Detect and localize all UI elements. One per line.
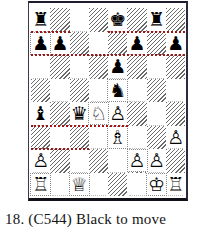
square-d7 — [89, 32, 108, 56]
black-rook-piece: ♜ — [148, 9, 165, 30]
square-f3 — [127, 126, 146, 150]
red-underline-artifact — [31, 54, 185, 56]
black-bishop-piece: ♝ — [32, 103, 49, 124]
diagram-caption: 18. (C544) Black to move — [5, 211, 166, 228]
red-underline-artifact — [31, 148, 89, 150]
square-b6 — [50, 55, 69, 79]
square-c8 — [70, 8, 89, 32]
red-underline-artifact — [31, 125, 128, 127]
square-c7 — [70, 32, 89, 56]
black-pawn-piece: ♟ — [109, 56, 126, 77]
square-f7: ♟ — [127, 32, 146, 56]
black-pawn-piece: ♟ — [129, 33, 146, 54]
black-rook-piece: ♜ — [32, 9, 49, 30]
white-pawn-piece: ♙ — [32, 150, 49, 171]
square-h2 — [166, 149, 185, 173]
square-c4: ♛ — [70, 102, 89, 126]
black-pawn-piece: ♟ — [51, 33, 68, 54]
square-f2: ♙ — [127, 149, 146, 173]
square-h5 — [166, 79, 185, 103]
square-g7 — [147, 32, 166, 56]
white-knight-piece: ♘ — [88, 102, 109, 125]
white-pawn-piece: ♙ — [109, 103, 126, 124]
square-h6 — [166, 55, 185, 79]
black-king-piece: ♚ — [109, 9, 126, 30]
square-e3: ♗ — [108, 126, 127, 150]
square-f5 — [127, 79, 146, 103]
white-king-piece: ♔ — [146, 173, 167, 196]
square-c6 — [70, 55, 89, 79]
square-b3 — [50, 126, 69, 150]
square-h8 — [166, 8, 185, 32]
square-g2: ♙ — [147, 149, 166, 173]
square-g4 — [147, 102, 166, 126]
square-f6 — [127, 55, 146, 79]
square-h7: ♟ — [166, 32, 185, 56]
square-c5 — [70, 79, 89, 103]
square-e5: ♞ — [108, 79, 127, 103]
white-pawn-piece: ♙ — [127, 149, 148, 172]
square-d5 — [89, 79, 108, 103]
square-h1: ♖ — [166, 173, 185, 197]
square-b5 — [50, 79, 69, 103]
white-bishop-piece: ♗ — [107, 126, 128, 149]
square-g6 — [147, 55, 166, 79]
square-a7: ♟ — [31, 32, 50, 56]
square-a5 — [31, 79, 50, 103]
square-f1 — [127, 173, 146, 197]
black-knight-piece: ♞ — [107, 79, 128, 102]
square-a2: ♙ — [31, 149, 50, 173]
square-h4 — [166, 102, 185, 126]
square-e1 — [108, 173, 127, 197]
square-d6 — [89, 55, 108, 79]
black-pawn-piece: ♟ — [167, 33, 184, 54]
square-d4: ♘ — [89, 102, 108, 126]
black-pawn-piece: ♟ — [30, 32, 51, 55]
square-g8: ♜ — [147, 8, 166, 32]
square-d2 — [89, 149, 108, 173]
square-e4: ♙ — [108, 102, 127, 126]
square-g5 — [147, 79, 166, 103]
square-e6: ♟ — [108, 55, 127, 79]
chess-board-grid: ♜♚♜♟♟♟♟♟♞♝♛♘♙♗♙♙♙♙♖♕♔♖ — [31, 8, 185, 196]
black-queen-piece: ♛ — [71, 103, 88, 124]
square-c2 — [70, 149, 89, 173]
square-b7: ♟ — [50, 32, 69, 56]
square-c1: ♕ — [70, 173, 89, 197]
square-g1: ♔ — [147, 173, 166, 197]
square-f4 — [127, 102, 146, 126]
white-queen-piece: ♕ — [69, 173, 90, 196]
square-e2 — [108, 149, 127, 173]
square-e7 — [108, 32, 127, 56]
square-b8 — [50, 8, 69, 32]
square-a8: ♜ — [31, 8, 50, 32]
square-b1 — [50, 173, 69, 197]
square-e8: ♚ — [108, 8, 127, 32]
white-rook-piece: ♖ — [167, 174, 184, 195]
square-a3 — [31, 126, 50, 150]
square-d3 — [89, 126, 108, 150]
white-rook-piece: ♖ — [30, 173, 51, 196]
white-pawn-piece: ♙ — [148, 150, 165, 171]
square-b2 — [50, 149, 69, 173]
square-a1: ♖ — [31, 173, 50, 197]
square-b4 — [50, 102, 69, 126]
square-a6 — [31, 55, 50, 79]
red-underline-artifact — [31, 31, 70, 33]
red-underline-artifact — [108, 31, 185, 33]
square-d8 — [89, 8, 108, 32]
square-g3 — [147, 126, 166, 150]
square-h3: ♙ — [166, 126, 185, 150]
white-pawn-piece: ♙ — [167, 127, 184, 148]
square-a4: ♝ — [31, 102, 50, 126]
square-d1 — [89, 173, 108, 197]
square-c3 — [70, 126, 89, 150]
square-f8 — [127, 8, 146, 32]
chess-board: ♜♚♜♟♟♟♟♟♞♝♛♘♙♗♙♙♙♙♖♕♔♖ — [28, 1, 188, 201]
